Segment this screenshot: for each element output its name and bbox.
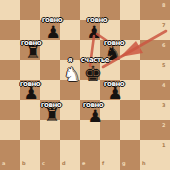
square-a4[interactable] xyxy=(0,80,20,100)
square-c6[interactable] xyxy=(40,40,60,60)
square-b7[interactable] xyxy=(20,20,40,40)
piece-caption-c7: говно xyxy=(42,17,63,24)
square-b2[interactable] xyxy=(20,120,40,140)
square-h6[interactable] xyxy=(140,40,170,60)
square-a5[interactable] xyxy=(0,60,20,80)
file-label-d: d xyxy=(62,161,66,166)
square-a2[interactable] xyxy=(0,120,20,140)
piece-caption-f4: говно xyxy=(104,81,125,88)
square-d7[interactable] xyxy=(60,20,80,40)
black-pawn-c7[interactable]: ♟ xyxy=(43,22,63,42)
white-knight-d5[interactable]: ♞ xyxy=(62,64,82,84)
piece-caption-b6: говно xyxy=(21,40,42,47)
file-label-a: a xyxy=(2,161,5,166)
piece-caption-d5: я xyxy=(68,57,72,64)
rank-label-3: 3 xyxy=(162,103,165,108)
piece-caption-e3: говно xyxy=(83,102,104,109)
rank-label-5: 5 xyxy=(162,63,165,68)
square-g8[interactable] xyxy=(120,0,140,20)
square-c5[interactable] xyxy=(40,60,60,80)
file-label-g: g xyxy=(122,161,126,166)
piece-caption-f6: говно xyxy=(104,40,125,47)
square-h5[interactable] xyxy=(140,60,170,80)
rank-label-4: 4 xyxy=(162,83,165,88)
rank-label-7: 7 xyxy=(162,23,165,28)
file-label-c: c xyxy=(42,161,45,166)
square-g3[interactable] xyxy=(120,100,140,120)
square-a8[interactable] xyxy=(0,0,20,20)
rank-label-6: 6 xyxy=(162,43,165,48)
square-g5[interactable] xyxy=(120,60,140,80)
square-b3[interactable] xyxy=(20,100,40,120)
piece-caption-e5: счастье xyxy=(81,57,109,64)
piece-caption-c3: говно xyxy=(41,102,62,109)
square-d3[interactable] xyxy=(60,100,80,120)
square-d2[interactable] xyxy=(60,120,80,140)
square-g7[interactable] xyxy=(120,20,140,40)
rank-label-8: 8 xyxy=(162,3,165,8)
square-b8[interactable] xyxy=(20,0,40,20)
chess-board: ♟♟♜♞♞♚♟♟♜♟ говноговноговноговноясчастьег… xyxy=(0,0,170,170)
black-king-e5[interactable]: ♚ xyxy=(83,64,103,84)
square-h4[interactable] xyxy=(140,80,170,100)
square-a7[interactable] xyxy=(0,20,20,40)
piece-caption-b4: говно xyxy=(20,81,41,88)
file-label-e: e xyxy=(82,161,85,166)
black-pawn-e7[interactable]: ♟ xyxy=(84,22,104,42)
piece-caption-e7: говно xyxy=(87,17,108,24)
square-h3[interactable] xyxy=(140,100,170,120)
file-label-f: f xyxy=(102,161,104,166)
square-a6[interactable] xyxy=(0,40,20,60)
square-d8[interactable] xyxy=(60,0,80,20)
file-label-h: h xyxy=(142,161,146,166)
square-h8[interactable] xyxy=(140,0,170,20)
square-g2[interactable] xyxy=(120,120,140,140)
square-h7[interactable] xyxy=(140,20,170,40)
square-a3[interactable] xyxy=(0,100,20,120)
square-h2[interactable] xyxy=(140,120,170,140)
file-label-b: b xyxy=(22,161,26,166)
black-pawn-e3[interactable]: ♟ xyxy=(85,106,105,126)
square-b5[interactable] xyxy=(20,60,40,80)
rank-label-1: 1 xyxy=(162,143,165,148)
rank-label-2: 2 xyxy=(162,123,165,128)
square-c4[interactable] xyxy=(40,80,60,100)
